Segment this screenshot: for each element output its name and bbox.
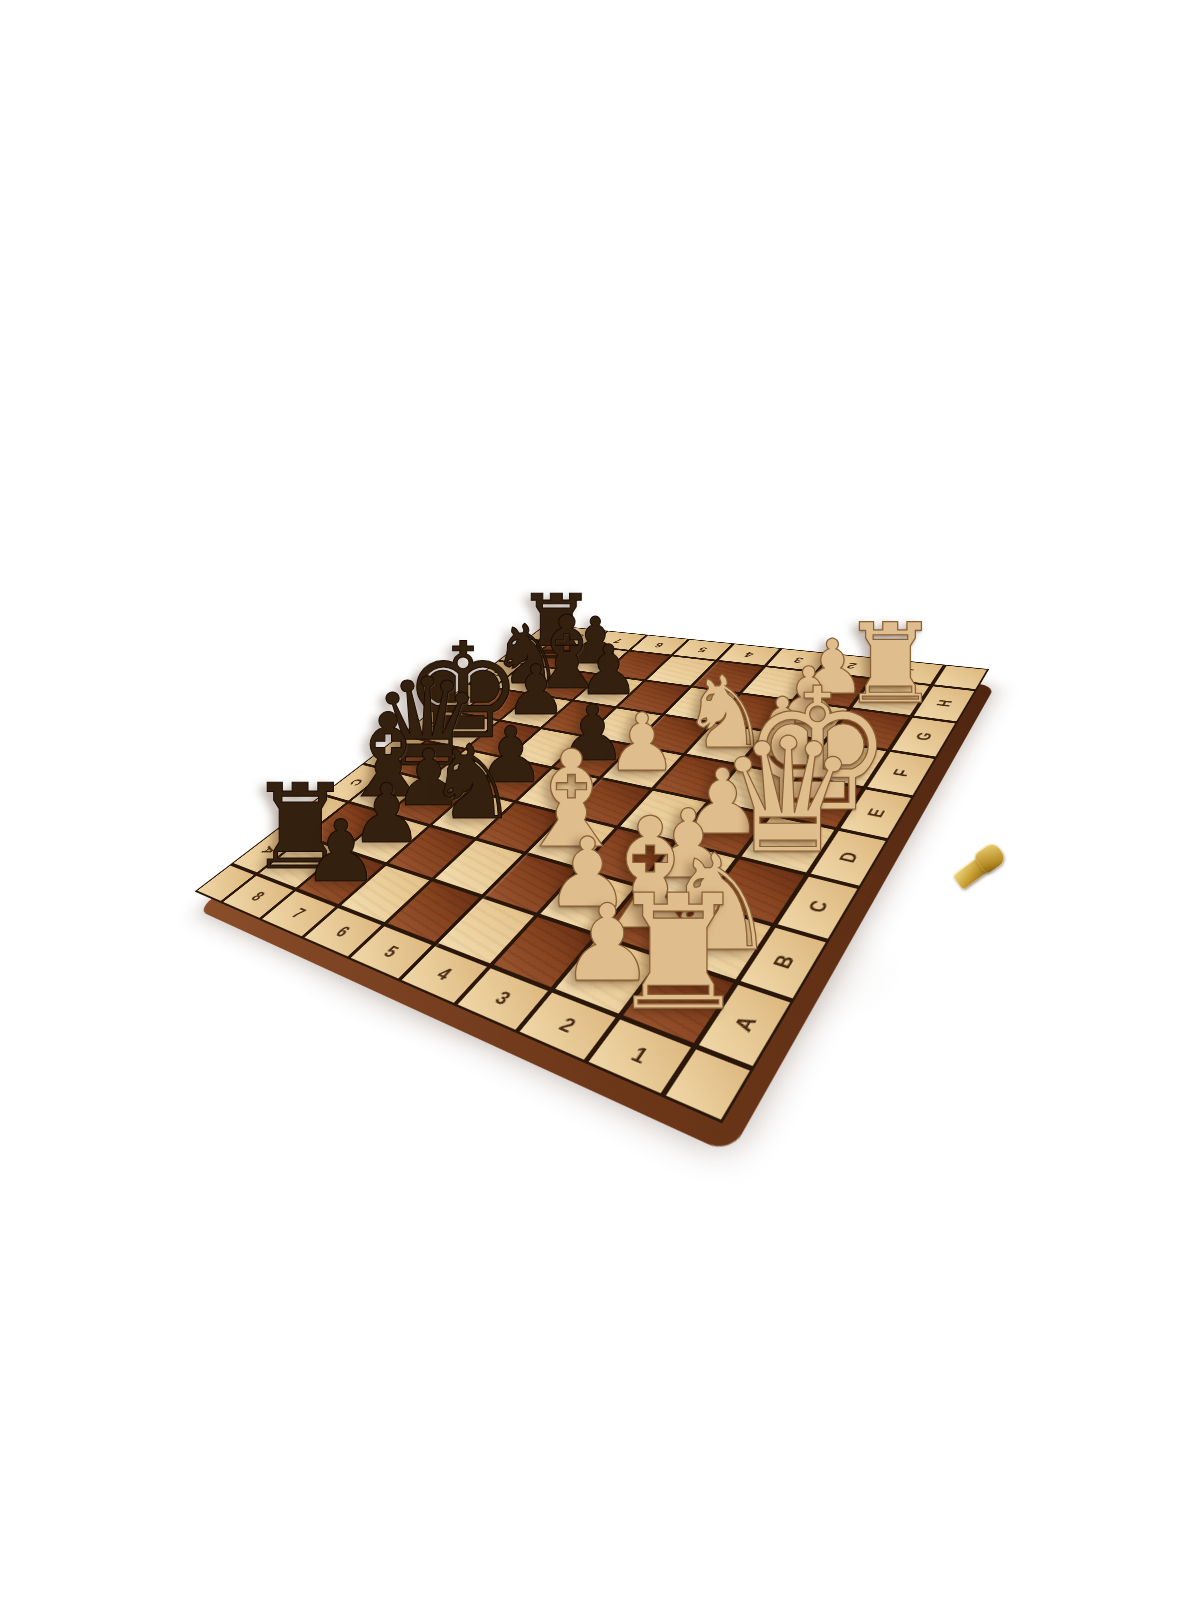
coordinate-label: 2	[844, 661, 858, 669]
coordinate-label: C	[347, 777, 365, 786]
coordinate-label: E	[423, 720, 439, 727]
coordinate-label: D	[836, 850, 862, 864]
coordinate-label: 6	[652, 641, 665, 648]
coordinate-label: 7	[612, 637, 625, 644]
coordinate-label: 3	[491, 988, 514, 1008]
coordinate-label: B	[304, 809, 323, 819]
coordinate-label: F	[890, 768, 913, 778]
coordinate-label: 1	[627, 1043, 652, 1067]
coordinate-label: 4	[742, 650, 756, 658]
coordinate-label: 8	[248, 889, 268, 903]
coordinate-label: H	[934, 699, 956, 707]
coordinate-label: A	[258, 844, 277, 855]
coordinate-label: 5	[380, 943, 402, 960]
coordinate-label: F	[457, 695, 472, 701]
coordinate-label: 8	[573, 633, 586, 639]
coordinate-label: E	[864, 807, 888, 819]
coordinate-label: D	[386, 748, 404, 756]
coordinate-label: 1	[901, 667, 915, 676]
coordinate-label: C	[804, 898, 831, 914]
coordinate-label: 4	[433, 964, 456, 982]
coordinate-label: 7	[288, 905, 309, 920]
coordinate-label: 6	[332, 923, 353, 939]
coordinate-label: G	[488, 670, 504, 676]
coordinate-label: 2	[555, 1014, 579, 1036]
coordinate-label: 5	[696, 645, 710, 652]
brass-clasp	[949, 839, 1010, 893]
coordinate-label: 3	[791, 655, 805, 663]
coordinate-label: A	[730, 1013, 761, 1034]
coordinate-label: B	[769, 952, 798, 970]
coordinate-label: H	[517, 648, 532, 654]
board-grid: ABCDEFGH8877665544332211ABCDEFGH	[195, 624, 990, 1123]
board-scene: ABCDEFGH8877665544332211ABCDEFGH ♜♞♛♚♜♟♝…	[0, 0, 1200, 1600]
chessboard: ABCDEFGH8877665544332211ABCDEFGH	[195, 624, 990, 1123]
product-photo-stage: ABCDEFGH8877665544332211ABCDEFGH ♜♞♛♚♜♟♝…	[0, 0, 1200, 1600]
coordinate-label: G	[912, 731, 935, 741]
